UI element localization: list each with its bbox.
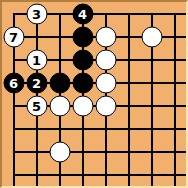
grid-line-vertical <box>13 48 15 71</box>
white-stone: 7 <box>3 26 24 47</box>
board-intersection[interactable] <box>140 25 163 48</box>
grid-line-vertical <box>128 48 130 71</box>
white-stone <box>95 72 116 93</box>
black-stone: 6 <box>3 72 24 93</box>
board-intersection[interactable] <box>117 163 140 186</box>
board-intersection[interactable]: 4 <box>71 2 94 25</box>
board-intersection[interactable] <box>140 140 163 163</box>
white-stone <box>49 141 70 162</box>
grid-line-vertical <box>151 48 153 71</box>
grid-line-vertical <box>151 163 153 186</box>
grid-line-vertical <box>59 117 61 140</box>
board-intersection[interactable] <box>94 2 117 25</box>
board-intersection[interactable] <box>48 117 71 140</box>
grid-line-vertical <box>174 140 176 163</box>
board-intersection[interactable] <box>48 48 71 71</box>
grid-line-vertical <box>105 140 107 163</box>
go-board: 3471625 <box>2 2 186 186</box>
board-intersection[interactable] <box>48 25 71 48</box>
move-number: 7 <box>9 30 18 43</box>
board-intersection[interactable] <box>71 71 94 94</box>
board-intersection[interactable] <box>117 117 140 140</box>
board-intersection[interactable] <box>71 117 94 140</box>
grid-line-vertical <box>151 13 153 26</box>
board-intersection[interactable] <box>140 163 163 186</box>
board-intersection[interactable] <box>117 25 140 48</box>
board-intersection[interactable] <box>163 48 186 71</box>
grid-line-vertical <box>174 71 176 94</box>
black-stone <box>49 72 70 93</box>
grid-line-vertical <box>82 163 84 186</box>
grid-line-vertical <box>59 25 61 48</box>
move-number: 3 <box>32 7 41 20</box>
board-intersection[interactable] <box>2 48 25 71</box>
grid-line-vertical <box>82 117 84 140</box>
grid-line-vertical <box>174 13 176 26</box>
board-intersection[interactable] <box>163 2 186 25</box>
grid-line-vertical <box>105 13 107 26</box>
board-intersection[interactable] <box>48 140 71 163</box>
board-intersection[interactable] <box>25 117 48 140</box>
grid-line-vertical <box>36 25 38 48</box>
move-number: 2 <box>32 76 41 89</box>
board-intersection[interactable] <box>117 48 140 71</box>
grid-line-vertical <box>151 94 153 117</box>
white-stone: 1 <box>26 49 47 70</box>
board-intersection[interactable] <box>25 140 48 163</box>
white-stone <box>49 95 70 116</box>
black-stone: 2 <box>26 72 47 93</box>
board-intersection[interactable] <box>94 25 117 48</box>
board-intersection[interactable] <box>140 94 163 117</box>
board-intersection[interactable] <box>140 48 163 71</box>
board-intersection[interactable] <box>2 163 25 186</box>
move-number: 5 <box>32 99 41 112</box>
board-intersection[interactable] <box>94 163 117 186</box>
grid-line-vertical <box>13 117 15 140</box>
grid-line-vertical <box>13 140 15 163</box>
board-intersection[interactable] <box>94 140 117 163</box>
board-intersection[interactable] <box>94 117 117 140</box>
board-intersection[interactable] <box>117 71 140 94</box>
board-intersection[interactable] <box>117 2 140 25</box>
grid-line-vertical <box>151 117 153 140</box>
grid-line-vertical <box>36 117 38 140</box>
grid-line-vertical <box>82 140 84 163</box>
board-intersection[interactable] <box>2 117 25 140</box>
grid-line-vertical <box>128 71 130 94</box>
white-stone: 5 <box>26 95 47 116</box>
grid-line-vertical <box>174 25 176 48</box>
board-intersection[interactable] <box>25 163 48 186</box>
white-stone: 3 <box>26 3 47 24</box>
white-stone <box>72 95 93 116</box>
grid-line-vertical <box>128 117 130 140</box>
grid-line-vertical <box>59 163 61 186</box>
grid-line-vertical <box>105 117 107 140</box>
board-intersection[interactable] <box>48 163 71 186</box>
grid-line-vertical <box>128 94 130 117</box>
board-intersection[interactable] <box>94 71 117 94</box>
grid-line-vertical <box>128 140 130 163</box>
board-intersection[interactable] <box>25 25 48 48</box>
board-intersection[interactable] <box>140 2 163 25</box>
board-intersection[interactable]: 5 <box>25 94 48 117</box>
move-number: 4 <box>78 7 87 20</box>
board-intersection[interactable] <box>2 140 25 163</box>
white-stone <box>95 95 116 116</box>
grid-line-vertical <box>151 140 153 163</box>
board-intersection[interactable] <box>71 163 94 186</box>
move-number: 6 <box>9 76 18 89</box>
black-stone: 4 <box>72 3 93 24</box>
board-intersection[interactable] <box>2 94 25 117</box>
board-intersection[interactable] <box>71 48 94 71</box>
grid-line-vertical <box>13 94 15 117</box>
board-intersection[interactable] <box>94 48 117 71</box>
grid-line-vertical <box>151 71 153 94</box>
grid-line-vertical <box>13 163 15 186</box>
grid-line-vertical <box>128 163 130 186</box>
board-intersection[interactable] <box>48 2 71 25</box>
board-intersection[interactable] <box>2 2 25 25</box>
board-intersection[interactable]: 7 <box>2 25 25 48</box>
grid-line-vertical <box>174 163 176 186</box>
grid-line-vertical <box>105 163 107 186</box>
board-intersection[interactable] <box>140 71 163 94</box>
board-intersection[interactable]: 3 <box>25 2 48 25</box>
board-intersection[interactable] <box>117 140 140 163</box>
grid-line-vertical <box>36 140 38 163</box>
black-stone <box>72 26 93 47</box>
grid-line-vertical <box>128 25 130 48</box>
board-intersection[interactable] <box>163 71 186 94</box>
board-intersection[interactable] <box>163 140 186 163</box>
grid-line-vertical <box>59 48 61 71</box>
white-stone <box>141 26 162 47</box>
white-stone <box>95 26 116 47</box>
board-intersection[interactable]: 1 <box>25 48 48 71</box>
board-intersection[interactable]: 6 <box>2 71 25 94</box>
move-number: 1 <box>32 53 41 66</box>
board-intersection[interactable] <box>117 94 140 117</box>
grid-line-vertical <box>59 13 61 26</box>
board-intersection[interactable] <box>94 94 117 117</box>
grid-line-vertical <box>36 163 38 186</box>
board-intersection[interactable] <box>71 140 94 163</box>
board-intersection[interactable]: 2 <box>25 71 48 94</box>
board-intersection[interactable] <box>163 117 186 140</box>
grid-line-vertical <box>128 13 130 26</box>
grid-line-vertical <box>174 48 176 71</box>
black-stone <box>72 49 93 70</box>
board-intersection[interactable] <box>163 94 186 117</box>
grid-line-vertical <box>174 117 176 140</box>
grid-line-vertical <box>13 13 15 26</box>
board-intersection[interactable] <box>71 25 94 48</box>
board-intersection[interactable] <box>163 25 186 48</box>
go-diagram: 3471625 <box>0 0 188 188</box>
white-stone <box>95 49 116 70</box>
board-intersection[interactable] <box>71 94 94 117</box>
grid-line-vertical <box>174 94 176 117</box>
board-intersection[interactable] <box>163 163 186 186</box>
black-stone <box>72 72 93 93</box>
board-intersection[interactable] <box>48 71 71 94</box>
board-intersection[interactable] <box>140 117 163 140</box>
board-intersection[interactable] <box>48 94 71 117</box>
